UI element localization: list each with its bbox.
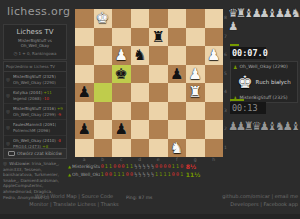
square-d5 (131, 65, 150, 84)
rank-coordinates: 87654321 (224, 9, 227, 157)
square-c2: ♟ (112, 120, 131, 139)
captured-pawn: ♟ (275, 7, 283, 19)
rank-label-4: 4 (224, 83, 227, 102)
square-h4 (205, 83, 224, 102)
square-c6: ♟ (112, 46, 131, 65)
footer-links-right[interactable]: github.com/ornicar | email me Developers… (210, 192, 298, 208)
eye-icon: ◎ (6, 125, 13, 130)
eye-icon: ◎ (3, 161, 7, 166)
player-top-name[interactable]: Oh_Well_Okay (2290) (239, 64, 287, 69)
square-g4: ♜ (186, 83, 205, 102)
lichess-tv-page: lichess.org Lichess TV MisterBigStuff vs… (0, 0, 300, 219)
captured-knight: ♞ (275, 120, 283, 132)
square-a7 (75, 28, 94, 47)
square-b4 (94, 83, 113, 102)
square-h5 (205, 65, 224, 84)
footer-right-line2[interactable]: Developers | Facebook app (210, 200, 298, 208)
captured-knight: ♞ (290, 7, 298, 19)
previously-title: Poprzednio w Lichess TV (4, 62, 66, 72)
pawn-icon: ♟ (233, 64, 237, 70)
square-h8 (205, 9, 224, 28)
eye-icon: ◎ (6, 77, 13, 82)
square-e7: ♜ (149, 28, 168, 47)
clock-bottom-time-bar (230, 99, 244, 101)
captured-pawn: ♟ (283, 120, 291, 132)
square-d4 (131, 83, 150, 102)
captured-pawn: ♟ (259, 7, 267, 19)
previous-game-item[interactable]: ◎Kotylka (2044) +11legend (2068) -10 (4, 88, 66, 104)
previous-game-black: legend (2068) -10 (13, 96, 52, 102)
previously-list: ◎MisterBigStuff (2325)Oh_Well_Okay (2290… (4, 72, 66, 151)
rank-label-2: 2 (224, 120, 227, 139)
square-g5: ♟ (186, 65, 205, 84)
square-h6: ♟ (205, 46, 224, 65)
white-pawn: ♟ (186, 65, 205, 84)
square-h2 (205, 120, 224, 139)
player-top-row[interactable]: ♟ Oh_Well_Okay (2290) (231, 62, 297, 71)
square-f4 (168, 83, 187, 102)
chess-board: ♚♜♟♞♟♚♟♟♟♜♟♟♞ (75, 9, 223, 157)
captured-pawn: ♟ (228, 120, 236, 132)
square-d7 (131, 28, 150, 47)
clock-top-time-bar (230, 44, 239, 46)
square-a6 (75, 46, 94, 65)
square-g1 (186, 139, 205, 158)
clock-icon: ◷ (14, 51, 18, 56)
square-e4 (149, 83, 168, 102)
square-a3 (75, 102, 94, 121)
square-e8 (149, 9, 168, 28)
square-h1 (205, 139, 224, 158)
square-d8 (131, 9, 150, 28)
square-c7 (112, 28, 131, 47)
square-c4 (112, 83, 131, 102)
white-pawn: ♟ (112, 46, 131, 65)
result-total: 11½ (186, 171, 201, 178)
triangle-icon: ▲ (68, 172, 71, 177)
white-pawn: ♟ (205, 46, 224, 65)
previous-game-item[interactable]: ◎FaulesMamm3 (2091)PotremchM (2096) (4, 120, 66, 136)
game-result: 0 (180, 163, 184, 169)
square-g7 (186, 28, 205, 47)
captured-bishop: ♝ (267, 7, 275, 19)
square-g8 (186, 9, 205, 28)
open-spectator-chat-button[interactable]: Otwórz czat kibiców (3, 148, 67, 159)
rank-label-6: 6 (224, 46, 227, 65)
black-knight: ♞ (131, 46, 150, 65)
square-f8 (168, 9, 187, 28)
to-move-status: ♚ Ruch białych (231, 71, 297, 93)
result-row: ▲Oh_Well_Okay10011100½½½½½111100111½ (68, 170, 218, 178)
to-move-label: Ruch białych (256, 79, 291, 85)
square-b7 (94, 28, 113, 47)
square-f3 (168, 102, 187, 121)
captured-bishop: ♝ (290, 120, 298, 132)
chat-bubble-icon (8, 151, 15, 157)
ping-indicator: Ping: 87 ms (126, 195, 152, 200)
previous-game-white: Oh_Well_Okay (2410) -8 (13, 138, 61, 144)
captured-pawn: ♟ (259, 120, 267, 132)
square-f6 (168, 46, 187, 65)
square-f1: ♞ (168, 139, 187, 158)
black-rook: ♜ (149, 28, 168, 47)
square-b6 (94, 46, 113, 65)
captured-pieces-bottom: ♟♟♜♛♟♝♞♟♝ (228, 119, 300, 132)
square-e1 (149, 139, 168, 158)
square-b1 (94, 139, 113, 158)
square-h7 (205, 28, 224, 47)
square-b2 (94, 120, 113, 139)
white-king-icon: ♚ (237, 73, 252, 91)
square-a1 (75, 139, 94, 158)
square-d3 (131, 102, 150, 121)
rank-label-8: 8 (224, 9, 227, 28)
black-king: ♚ (112, 65, 131, 84)
eye-icon: ◎ (6, 109, 13, 114)
captured-pawn: ♟ (283, 7, 291, 19)
footer-left-line1[interactable]: Wiki | World Map | Source Code (28, 192, 120, 200)
previous-game-black: PotremchM (2096) (13, 128, 56, 134)
result-total: 8½ (186, 163, 196, 170)
previous-game-white: MisterBigStuff (2316) +9 (13, 106, 63, 112)
captured-bishop: ♝ (267, 120, 275, 132)
white-king: ♚ (94, 9, 113, 28)
tv-players-line[interactable]: MisterBigStuff vs Oh_Well_Okay (5, 38, 65, 48)
captured-queen: ♛ (228, 7, 236, 19)
result-player-name[interactable]: Oh_Well_Okay (72, 172, 100, 177)
captured-pieces-top: ♛♜♝♟♟♝♟♟♞♟ (228, 6, 300, 32)
square-e2 (149, 120, 168, 139)
rank-label-1: 1 (224, 139, 227, 158)
chat-button-label: Otwórz czat kibiców (17, 151, 62, 156)
triangle-icon: ▲ (68, 164, 71, 169)
black-pawn: ♟ (112, 120, 131, 139)
game-result: 1 (180, 171, 184, 177)
black-pawn: ♟ (75, 83, 94, 102)
previously-box: Poprzednio w Lichess TV ◎MisterBigStuff … (3, 61, 67, 152)
square-c5: ♚ (112, 65, 131, 84)
previous-game-item[interactable]: ◎MisterBigStuff (2316) +9Oh_Well_Okay (2… (4, 104, 66, 120)
white-knight: ♞ (168, 139, 187, 158)
square-a2: ♟ (75, 120, 94, 139)
rank-label-7: 7 (224, 28, 227, 47)
square-h3 (205, 102, 224, 121)
square-g2 (186, 120, 205, 139)
white-rook: ♜ (186, 83, 205, 102)
square-b5 (94, 65, 113, 84)
tv-time-control: ◷1 + 0, Rankingowa (5, 51, 65, 56)
square-c8 (112, 9, 131, 28)
square-c1 (112, 139, 131, 158)
player-bottom-name[interactable]: MisterBigStuff (2325) (239, 95, 287, 100)
previous-game-white: MisterBigStuff (2325) (13, 74, 56, 80)
square-f7 (168, 28, 187, 47)
square-b8: ♚ (94, 9, 113, 28)
square-d6: ♞ (131, 46, 150, 65)
square-a5 (75, 65, 94, 84)
square-f2 (168, 120, 187, 139)
eye-icon: ◎ (6, 93, 13, 98)
square-f5: ♟ (168, 65, 187, 84)
result-player-name[interactable]: MisterBigStuff (72, 164, 100, 169)
footer-links-left[interactable]: Wiki | World Map | Source Code Monitor |… (28, 192, 120, 208)
spectators-label: Widzowie: (9, 161, 30, 166)
bottom-strip (0, 214, 300, 219)
black-pawn: ♟ (75, 120, 94, 139)
previous-game-black: Oh_Well_Okay (2299) -9 (13, 112, 63, 118)
square-a8 (75, 9, 94, 28)
tv-title: Lichess TV (5, 28, 65, 36)
black-pawn: ♟ (168, 65, 187, 84)
footer-right-line1[interactable]: github.com/ornicar | email me (210, 192, 298, 200)
footer-left-line2[interactable]: Monitor | Translate Lichess | Thanks (28, 200, 120, 208)
square-b3 (94, 102, 113, 121)
game-info-box: ♟ Oh_Well_Okay (2290) ♚ Ruch białych ♟ M… (230, 61, 298, 103)
square-d1 (131, 139, 150, 158)
captured-pawn: ♟ (228, 20, 236, 32)
rank-label-5: 5 (224, 65, 227, 84)
square-e6 (149, 46, 168, 65)
previous-game-white: FaulesMamm3 (2091) (13, 122, 56, 128)
previous-game-item[interactable]: ◎MisterBigStuff (2325)Oh_Well_Okay (2290… (4, 72, 66, 88)
rank-label-3: 3 (224, 102, 227, 121)
eye-icon: ◎ (6, 141, 13, 146)
square-g6 (186, 46, 205, 65)
lichess-logo[interactable]: lichess.org (7, 5, 70, 18)
square-d2 (131, 120, 150, 139)
result-row: ▲MisterBigStuff01100011½½½½½00001108½ (68, 162, 218, 170)
square-e3 (149, 102, 168, 121)
head-to-head-results: ▲MisterBigStuff01100011½½½½½00001108½▲Oh… (68, 162, 218, 178)
clock-top: 00:07.0 (230, 47, 266, 59)
square-e5 (149, 65, 168, 84)
previous-game-black: Oh_Well_Okay (2290) (13, 80, 56, 86)
captured-pawn: ♟ (236, 120, 244, 132)
clock-bottom: 00:13 (230, 102, 266, 114)
square-c3 (112, 102, 131, 121)
square-g3 (186, 102, 205, 121)
square-a4: ♟ (75, 83, 94, 102)
captured-rook: ♜ (236, 7, 244, 19)
tv-info-box: Lichess TV MisterBigStuff vs Oh_Well_Oka… (3, 24, 67, 60)
